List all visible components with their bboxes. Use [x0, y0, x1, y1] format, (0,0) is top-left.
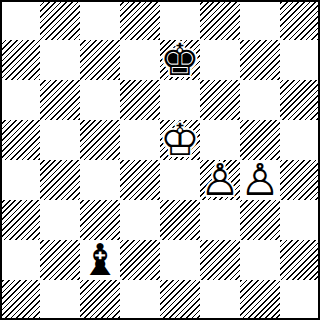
square-a5[interactable]: [0, 120, 40, 160]
square-g1[interactable]: [240, 280, 280, 320]
square-f1[interactable]: [200, 280, 240, 320]
square-b6[interactable]: [40, 80, 80, 120]
square-d1[interactable]: [120, 280, 160, 320]
square-h1[interactable]: [280, 280, 320, 320]
piece-white-king-e5[interactable]: ♚♔: [160, 120, 200, 160]
piece-black-king-e7[interactable]: ♚♚: [160, 40, 200, 80]
square-f8[interactable]: [200, 0, 240, 40]
square-b4[interactable]: [40, 160, 80, 200]
square-c1[interactable]: [80, 280, 120, 320]
square-h8[interactable]: [280, 0, 320, 40]
square-d3[interactable]: [120, 200, 160, 240]
square-c6[interactable]: [80, 80, 120, 120]
square-f4[interactable]: ♟♙: [200, 160, 240, 200]
square-h3[interactable]: [280, 200, 320, 240]
square-a6[interactable]: [0, 80, 40, 120]
square-d6[interactable]: [120, 80, 160, 120]
square-c7[interactable]: [80, 40, 120, 80]
square-b1[interactable]: [40, 280, 80, 320]
square-g6[interactable]: [240, 80, 280, 120]
square-a7[interactable]: [0, 40, 40, 80]
square-c8[interactable]: [80, 0, 120, 40]
piece-black-bishop-c2[interactable]: ♝♝: [80, 240, 120, 280]
square-b7[interactable]: [40, 40, 80, 80]
square-f6[interactable]: [200, 80, 240, 120]
white-king-icon: ♔: [160, 120, 200, 160]
square-h7[interactable]: [280, 40, 320, 80]
square-h2[interactable]: [280, 240, 320, 280]
square-g8[interactable]: [240, 0, 280, 40]
square-b2[interactable]: [40, 240, 80, 280]
square-f2[interactable]: [200, 240, 240, 280]
square-g3[interactable]: [240, 200, 280, 240]
square-g7[interactable]: [240, 40, 280, 80]
square-h4[interactable]: [280, 160, 320, 200]
square-e7[interactable]: ♚♚: [160, 40, 200, 80]
square-b3[interactable]: [40, 200, 80, 240]
square-e1[interactable]: [160, 280, 200, 320]
chess-diagram: ♚♚♚♔♟♙♟♙♝♝: [0, 0, 320, 320]
square-d4[interactable]: [120, 160, 160, 200]
square-d5[interactable]: [120, 120, 160, 160]
square-b8[interactable]: [40, 0, 80, 40]
square-h5[interactable]: [280, 120, 320, 160]
square-c5[interactable]: [80, 120, 120, 160]
piece-white-pawn-f4[interactable]: ♟♙: [200, 160, 240, 200]
square-d7[interactable]: [120, 40, 160, 80]
square-a3[interactable]: [0, 200, 40, 240]
square-b5[interactable]: [40, 120, 80, 160]
square-e3[interactable]: [160, 200, 200, 240]
square-f7[interactable]: [200, 40, 240, 80]
square-f3[interactable]: [200, 200, 240, 240]
square-g4[interactable]: ♟♙: [240, 160, 280, 200]
square-c4[interactable]: [80, 160, 120, 200]
square-e2[interactable]: [160, 240, 200, 280]
square-d8[interactable]: [120, 0, 160, 40]
white-pawn-icon: ♙: [200, 160, 240, 200]
black-bishop-icon: ♝: [80, 240, 120, 280]
square-c2[interactable]: ♝♝: [80, 240, 120, 280]
black-king-icon: ♚: [160, 40, 200, 80]
square-e5[interactable]: ♚♔: [160, 120, 200, 160]
chess-board: ♚♚♚♔♟♙♟♙♝♝: [0, 0, 320, 320]
square-a4[interactable]: [0, 160, 40, 200]
square-e4[interactable]: [160, 160, 200, 200]
piece-white-pawn-g4[interactable]: ♟♙: [240, 160, 280, 200]
square-g2[interactable]: [240, 240, 280, 280]
square-a8[interactable]: [0, 0, 40, 40]
square-a1[interactable]: [0, 280, 40, 320]
square-d2[interactable]: [120, 240, 160, 280]
square-a2[interactable]: [0, 240, 40, 280]
square-h6[interactable]: [280, 80, 320, 120]
white-pawn-icon: ♙: [240, 160, 280, 200]
